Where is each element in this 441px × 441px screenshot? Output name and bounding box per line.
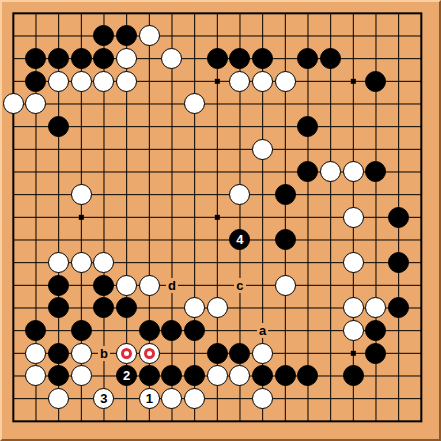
white-stone <box>116 48 137 69</box>
black-stone <box>116 25 137 46</box>
white-stone <box>229 365 250 386</box>
black-stone <box>93 297 114 318</box>
board-grid: 4231abcd <box>2 2 432 410</box>
board-point <box>297 161 320 184</box>
white-stone <box>207 297 228 318</box>
board-point <box>387 297 410 320</box>
board-point <box>206 47 229 70</box>
board-point <box>251 342 274 365</box>
white-stone <box>184 297 205 318</box>
board-point <box>70 183 93 206</box>
white-stone <box>184 388 205 409</box>
black-stone <box>25 71 46 92</box>
board-point: b <box>93 342 116 365</box>
move-number-label: 1 <box>146 391 153 404</box>
board-point <box>365 161 388 184</box>
board-point <box>365 342 388 365</box>
black-stone <box>48 343 69 364</box>
black-stone <box>388 297 409 318</box>
black-stone <box>365 343 386 364</box>
black-stone <box>25 48 46 69</box>
black-stone <box>207 48 228 69</box>
board-point: c <box>229 274 252 297</box>
board-point <box>183 387 206 410</box>
circle-mark-icon <box>144 348 155 359</box>
board-point <box>342 297 365 320</box>
board-point <box>319 47 342 70</box>
white-stone <box>3 93 24 114</box>
board-point <box>161 47 184 70</box>
board-point <box>93 251 116 274</box>
white-stone <box>343 207 364 228</box>
black-stone: 4 <box>229 229 250 250</box>
black-stone <box>365 71 386 92</box>
white-stone <box>343 252 364 273</box>
black-stone <box>184 320 205 341</box>
board-point <box>342 206 365 229</box>
white-stone <box>252 343 273 364</box>
board-point <box>47 365 70 388</box>
black-stone <box>139 320 160 341</box>
point-label-b: b <box>98 346 110 361</box>
board-point <box>25 70 48 93</box>
white-stone <box>71 71 92 92</box>
white-stone <box>275 71 296 92</box>
board-point <box>183 93 206 116</box>
board-point <box>93 47 116 70</box>
board-point <box>274 183 297 206</box>
white-stone <box>25 365 46 386</box>
move-number-label: 3 <box>100 391 107 404</box>
circle-mark-icon <box>121 348 132 359</box>
black-stone <box>48 116 69 137</box>
board-point <box>161 319 184 342</box>
board-point <box>229 47 252 70</box>
board-point <box>47 297 70 320</box>
white-stone <box>139 343 160 364</box>
white-stone <box>116 343 137 364</box>
black-stone <box>93 25 114 46</box>
board-point <box>115 47 138 70</box>
board-point <box>2 93 25 116</box>
white-stone <box>48 71 69 92</box>
board-point: 4 <box>229 229 252 252</box>
black-stone <box>252 48 273 69</box>
board-point <box>25 365 48 388</box>
white-stone <box>139 25 160 46</box>
white-stone <box>139 275 160 296</box>
board-point <box>115 274 138 297</box>
white-stone <box>229 184 250 205</box>
white-stone <box>71 365 92 386</box>
black-stone <box>365 161 386 182</box>
black-stone <box>275 184 296 205</box>
black-stone: 2 <box>116 365 137 386</box>
board-point <box>138 365 161 388</box>
board-point <box>297 365 320 388</box>
white-stone <box>207 365 228 386</box>
board-point <box>297 47 320 70</box>
board-point <box>25 47 48 70</box>
black-stone <box>71 48 92 69</box>
white-stone <box>343 320 364 341</box>
board-point <box>93 25 116 48</box>
black-stone <box>297 48 318 69</box>
board-point <box>274 70 297 93</box>
board-point <box>251 47 274 70</box>
board-point <box>274 365 297 388</box>
board-point: d <box>161 274 184 297</box>
white-stone <box>25 93 46 114</box>
board-point: 2 <box>115 365 138 388</box>
white-stone <box>116 275 137 296</box>
board-point <box>47 387 70 410</box>
black-stone <box>275 229 296 250</box>
board-point <box>70 70 93 93</box>
board-point <box>365 70 388 93</box>
move-number-label: 2 <box>123 369 130 382</box>
board-point <box>251 365 274 388</box>
black-stone <box>388 252 409 273</box>
board-point <box>229 183 252 206</box>
board-point: 3 <box>93 387 116 410</box>
point-label-d: d <box>166 278 178 293</box>
black-stone <box>161 320 182 341</box>
white-stone <box>161 388 182 409</box>
board-point <box>297 115 320 138</box>
board-point <box>93 70 116 93</box>
white-stone <box>229 71 250 92</box>
board-point <box>229 70 252 93</box>
black-stone <box>184 365 205 386</box>
board-point <box>251 387 274 410</box>
board-point: a <box>251 319 274 342</box>
white-stone <box>275 275 296 296</box>
white-stone <box>48 388 69 409</box>
board-point <box>387 206 410 229</box>
board-point <box>25 93 48 116</box>
board-point <box>319 161 342 184</box>
board-point <box>229 342 252 365</box>
black-stone <box>229 48 250 69</box>
black-stone <box>297 116 318 137</box>
board-point <box>93 274 116 297</box>
board-point <box>183 365 206 388</box>
black-stone <box>48 297 69 318</box>
board-point <box>183 319 206 342</box>
board-point <box>206 342 229 365</box>
white-stone <box>25 343 46 364</box>
board-point <box>70 251 93 274</box>
board-point <box>47 115 70 138</box>
board-point <box>25 319 48 342</box>
board-point <box>387 251 410 274</box>
black-stone <box>252 365 273 386</box>
black-stone <box>48 48 69 69</box>
white-stone <box>343 161 364 182</box>
black-stone <box>25 320 46 341</box>
black-stone <box>93 275 114 296</box>
board-point <box>161 387 184 410</box>
board-point <box>47 342 70 365</box>
board-point <box>342 161 365 184</box>
board-point <box>206 297 229 320</box>
black-stone <box>229 343 250 364</box>
white-stone <box>161 48 182 69</box>
board-point <box>70 319 93 342</box>
board-point: 1 <box>138 387 161 410</box>
white-stone <box>320 161 341 182</box>
board-point <box>251 70 274 93</box>
board-point <box>47 47 70 70</box>
white-stone <box>343 297 364 318</box>
white-stone <box>71 343 92 364</box>
white-stone: 3 <box>93 388 114 409</box>
board-point <box>70 47 93 70</box>
board-point <box>365 319 388 342</box>
black-stone <box>71 320 92 341</box>
board-point <box>115 342 138 365</box>
black-stone <box>365 320 386 341</box>
black-stone <box>93 48 114 69</box>
board-point <box>342 251 365 274</box>
board-point <box>183 297 206 320</box>
black-stone <box>388 207 409 228</box>
board-point <box>115 297 138 320</box>
board-point <box>70 365 93 388</box>
white-stone <box>365 297 386 318</box>
board-point <box>161 365 184 388</box>
point-label-a: a <box>257 323 268 338</box>
black-stone <box>116 297 137 318</box>
board-point <box>47 274 70 297</box>
white-stone <box>71 252 92 273</box>
board-point <box>342 365 365 388</box>
board-point <box>274 274 297 297</box>
black-stone <box>139 365 160 386</box>
white-stone <box>93 252 114 273</box>
board-point <box>115 25 138 48</box>
board-point <box>115 70 138 93</box>
white-stone <box>116 71 137 92</box>
black-stone <box>297 365 318 386</box>
board-point <box>138 25 161 48</box>
board-point <box>274 229 297 252</box>
board-point <box>138 342 161 365</box>
white-stone <box>184 93 205 114</box>
white-stone <box>252 388 273 409</box>
black-stone <box>48 275 69 296</box>
white-stone <box>252 71 273 92</box>
board-point <box>138 319 161 342</box>
board-point <box>206 365 229 388</box>
black-stone <box>161 365 182 386</box>
white-stone <box>252 139 273 160</box>
board-point <box>70 342 93 365</box>
white-stone: 1 <box>139 388 160 409</box>
board-point <box>342 319 365 342</box>
black-stone <box>320 48 341 69</box>
white-stone <box>48 252 69 273</box>
black-stone <box>343 365 364 386</box>
board-point <box>47 70 70 93</box>
board-point <box>93 297 116 320</box>
white-stone <box>71 184 92 205</box>
board-point <box>365 297 388 320</box>
board-point <box>47 251 70 274</box>
point-label-c: c <box>234 278 245 293</box>
board-point <box>251 138 274 161</box>
board-point <box>229 365 252 388</box>
board-point <box>138 274 161 297</box>
black-stone <box>48 365 69 386</box>
white-stone <box>93 71 114 92</box>
go-board: 4231abcd <box>0 0 441 441</box>
board-point <box>25 342 48 365</box>
black-stone <box>207 343 228 364</box>
move-number-label: 4 <box>236 233 243 246</box>
black-stone <box>275 365 296 386</box>
black-stone <box>297 161 318 182</box>
